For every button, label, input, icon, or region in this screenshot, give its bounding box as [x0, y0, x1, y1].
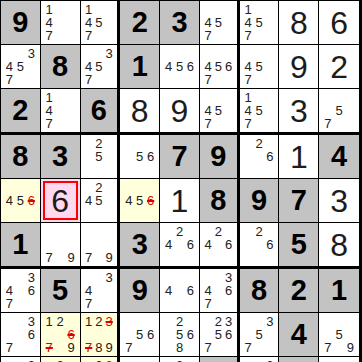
candidate-7: 7	[245, 73, 252, 86]
cell-r1c1[interactable]: 9	[1, 1, 41, 45]
solved-digit: 1	[171, 185, 189, 217]
candidate-6: 6	[28, 328, 35, 341]
candidate-1: 1	[85, 315, 92, 328]
candidate-6: 6	[28, 194, 35, 207]
candidate-1: 1	[46, 315, 53, 328]
cell-r9c2[interactable]: 2479	[41, 357, 81, 362]
candidate-6: 6	[147, 328, 154, 341]
candidate-6: 6	[225, 60, 232, 73]
candidate-2: 2	[255, 137, 262, 150]
candidate-6: 6	[225, 284, 232, 297]
cell-r2c7[interactable]: 457	[240, 45, 280, 89]
candidate-5: 5	[95, 194, 102, 207]
cell-r8c6[interactable]: 23567	[200, 313, 240, 357]
given-digit: 1	[12, 230, 28, 259]
solved-digit: 8	[131, 95, 149, 127]
cell-r2c4[interactable]: 1	[120, 45, 160, 89]
cell-r6c8[interactable]: 5	[279, 223, 319, 269]
cell-r7c2[interactable]: 5	[41, 269, 81, 313]
given-digit: 7	[171, 142, 187, 171]
candidate-7: 7	[245, 341, 252, 354]
cell-r8c2[interactable]: 12679	[41, 313, 81, 357]
candidate-7: 7	[85, 29, 92, 42]
cell-r7c3[interactable]: 347	[81, 269, 121, 313]
candidate-6: 6	[266, 150, 273, 163]
candidate-6: 6	[187, 238, 194, 251]
candidate-2: 2	[95, 315, 102, 328]
cell-r7c4[interactable]: 9	[120, 269, 160, 313]
cell-r2c6[interactable]: 4567	[200, 45, 240, 89]
solved-digit: 8	[330, 229, 348, 261]
given-digit: 6	[91, 96, 107, 125]
cell-r3c6[interactable]: 457	[200, 89, 240, 135]
given-digit: 4	[331, 142, 347, 171]
given-digit: 2	[291, 276, 307, 305]
solved-digit: 6	[330, 7, 348, 39]
candidate-5: 5	[335, 104, 342, 117]
given-digit: 1	[331, 276, 347, 305]
candidate-7: 7	[245, 29, 252, 42]
cell-r9c3[interactable]: 234789	[81, 357, 121, 362]
given-digit: 7	[291, 186, 307, 215]
candidate-3: 3	[266, 315, 273, 328]
given-digit: 9	[132, 276, 148, 305]
cell-r9c6[interactable]: 1	[200, 357, 240, 362]
candidate-6: 6	[266, 238, 273, 251]
candidate-4: 4	[165, 60, 172, 73]
cell-r5c7[interactable]: 9	[240, 179, 280, 223]
candidate-2: 2	[57, 315, 64, 328]
cell-r8c5[interactable]: 2568	[160, 313, 200, 357]
cell-r8c9[interactable]: 579	[319, 313, 359, 357]
cell-r6c9[interactable]: 8	[319, 223, 359, 269]
cell-r9c1[interactable]: 347	[1, 357, 41, 362]
candidate-4: 4	[6, 194, 13, 207]
cell-r6c5[interactable]: 246	[160, 223, 200, 269]
cell-r7c6[interactable]: 3467	[200, 269, 240, 313]
cell-r4c9[interactable]: 4	[319, 135, 359, 179]
cell-r4c4[interactable]: 56	[120, 135, 160, 179]
cell-r8c1[interactable]: 367	[1, 313, 41, 357]
cell-r4c8[interactable]: 1	[279, 135, 319, 179]
candidate-7: 7	[245, 117, 252, 130]
given-digit: 9	[251, 186, 267, 215]
solved-digit: 6	[51, 185, 69, 217]
candidate-9: 9	[67, 251, 74, 264]
given-digit: 2	[12, 96, 28, 125]
given-digit: 1	[132, 52, 148, 81]
candidate-4: 4	[165, 284, 172, 297]
cell-r1c2[interactable]: 147	[41, 1, 81, 45]
candidate-5: 5	[136, 328, 143, 341]
cell-r4c3[interactable]: 25	[81, 135, 121, 179]
candidate-5: 5	[255, 104, 262, 117]
candidate-5: 5	[255, 328, 262, 341]
cell-r5c4[interactable]: 456	[120, 179, 160, 223]
candidate-2: 2	[215, 225, 222, 238]
candidate-5: 5	[136, 150, 143, 163]
candidate-5: 5	[176, 60, 183, 73]
candidate-9: 9	[106, 341, 113, 354]
cell-r3c3[interactable]: 6	[81, 89, 121, 135]
cell-r9c7[interactable]: 357	[240, 357, 280, 362]
given-digit: 3	[132, 230, 148, 259]
candidate-9: 9	[67, 341, 74, 354]
candidate-7: 7	[204, 117, 211, 130]
cell-r8c4[interactable]: 567	[120, 313, 160, 357]
given-digit: 5	[291, 230, 307, 259]
cell-r2c5[interactable]: 456	[160, 45, 200, 89]
candidate-6: 6	[147, 150, 154, 163]
candidate-7: 7	[46, 117, 53, 130]
cell-r6c3[interactable]: 79	[81, 223, 121, 269]
cell-r5c2[interactable]: 6	[41, 179, 81, 223]
given-digit: 5	[52, 276, 68, 305]
candidate-5: 5	[95, 150, 102, 163]
candidate-5: 5	[255, 16, 262, 29]
cell-r4c6[interactable]: 9	[200, 135, 240, 179]
given-digit: 2	[132, 8, 148, 37]
cell-r5c5[interactable]: 1	[160, 179, 200, 223]
cell-r2c3[interactable]: 3457	[81, 45, 121, 89]
candidate-9: 9	[106, 251, 113, 264]
cell-r3c9[interactable]: 57	[319, 89, 359, 135]
candidate-6: 6	[187, 60, 194, 73]
candidate-7: 7	[46, 251, 53, 264]
candidate-7: 7	[204, 29, 211, 42]
candidate-7: 7	[6, 297, 13, 310]
candidate-3: 3	[106, 47, 113, 60]
cell-r7c1[interactable]: 3467	[1, 269, 41, 313]
given-digit: 8	[210, 186, 226, 215]
candidate-8: 8	[95, 341, 102, 354]
candidate-4: 4	[165, 238, 172, 251]
cell-r9c8[interactable]: 6	[279, 357, 319, 362]
solved-digit: 3	[330, 185, 348, 217]
cell-r1c3[interactable]: 1457	[81, 1, 121, 45]
cell-r7c5[interactable]: 46	[160, 269, 200, 313]
candidate-7: 7	[46, 29, 53, 42]
cell-r1c6[interactable]: 457	[200, 1, 240, 45]
candidate-6: 6	[147, 194, 154, 207]
cell-r9c4[interactable]: 457	[120, 357, 160, 362]
candidate-9: 9	[347, 341, 354, 354]
candidate-7: 7	[125, 341, 132, 354]
candidate-7: 7	[324, 341, 331, 354]
candidate-6: 6	[225, 328, 232, 341]
given-digit: 9	[12, 8, 28, 37]
given-digit: 4	[291, 320, 307, 349]
cell-r3c1[interactable]: 2	[1, 89, 41, 135]
candidate-6: 6	[187, 284, 194, 297]
candidate-5: 5	[215, 104, 222, 117]
cell-r4c7[interactable]: 26	[240, 135, 280, 179]
cell-r9c9[interactable]: 579	[319, 357, 359, 362]
cell-r5c9[interactable]: 3	[319, 179, 359, 223]
cell-r2c8[interactable]: 9	[279, 45, 319, 89]
candidate-5: 5	[95, 16, 102, 29]
cell-r7c7[interactable]: 8	[240, 269, 280, 313]
cell-r1c8[interactable]: 8	[279, 1, 319, 45]
candidate-7: 7	[85, 341, 92, 354]
cell-r3c5[interactable]: 9	[160, 89, 200, 135]
cell-r2c1[interactable]: 3457	[1, 45, 41, 89]
candidate-5: 5	[255, 60, 262, 73]
cell-r5c3[interactable]: 245	[81, 179, 121, 223]
candidate-5: 5	[136, 194, 143, 207]
given-digit: 8	[12, 142, 28, 171]
candidate-5: 5	[215, 60, 222, 73]
cell-r4c1[interactable]: 8	[1, 135, 41, 179]
cell-r3c4[interactable]: 8	[120, 89, 160, 135]
solved-digit: 2	[330, 51, 348, 83]
cell-r4c5[interactable]: 7	[160, 135, 200, 179]
candidate-7: 7	[204, 341, 211, 354]
candidate-3: 3	[106, 271, 113, 284]
candidate-6: 6	[225, 238, 232, 251]
candidate-4: 4	[125, 194, 132, 207]
solved-digit: 9	[290, 51, 308, 83]
cell-r3c7[interactable]: 1457	[240, 89, 280, 135]
given-digit: 3	[52, 142, 68, 171]
candidate-7: 7	[204, 73, 211, 86]
given-digit: 8	[52, 52, 68, 81]
candidate-2: 2	[255, 225, 262, 238]
cell-r2c2[interactable]: 8	[41, 45, 81, 89]
candidate-6: 6	[187, 328, 194, 341]
candidate-7: 7	[46, 341, 53, 354]
cell-r6c6[interactable]: 246	[200, 223, 240, 269]
candidate-5: 5	[17, 194, 24, 207]
cell-r7c9[interactable]: 1	[319, 269, 359, 313]
cell-r1c7[interactable]: 1457	[240, 1, 280, 45]
cell-r9c5[interactable]: 2458	[160, 357, 200, 362]
candidate-7: 7	[85, 73, 92, 86]
cell-r3c2[interactable]: 147	[41, 89, 81, 135]
candidate-5: 5	[95, 60, 102, 73]
candidate-7: 7	[6, 341, 13, 354]
candidate-4: 4	[85, 194, 92, 207]
cell-r6c2[interactable]: 79	[41, 223, 81, 269]
candidate-8: 8	[176, 341, 183, 354]
cell-r1c5[interactable]: 3	[160, 1, 200, 45]
cell-r8c8[interactable]: 4	[279, 313, 319, 357]
candidate-3: 3	[28, 47, 35, 60]
solved-digit: 3	[290, 95, 308, 127]
candidate-7: 7	[85, 251, 92, 264]
given-digit: 3	[171, 8, 187, 37]
cell-r6c4[interactable]: 3	[120, 223, 160, 269]
cell-r1c9[interactable]: 6	[319, 1, 359, 45]
cell-r6c1[interactable]: 1	[1, 223, 41, 269]
candidate-5: 5	[215, 16, 222, 29]
given-digit: 8	[251, 276, 267, 305]
cell-r3c8[interactable]: 3	[279, 89, 319, 135]
solved-digit: 9	[171, 95, 189, 127]
candidate-6: 6	[28, 284, 35, 297]
cell-r2c9[interactable]: 2	[319, 45, 359, 89]
cell-r7c8[interactable]: 2	[279, 269, 319, 313]
candidate-7: 7	[85, 297, 92, 310]
candidate-4: 4	[204, 238, 211, 251]
cell-r8c3[interactable]: 123789	[81, 313, 121, 357]
candidate-7: 7	[204, 297, 211, 310]
sudoku-board: 9147145723457145786345783457145645674579…	[0, 0, 362, 362]
candidate-5: 5	[335, 328, 342, 341]
candidate-3: 3	[106, 315, 113, 328]
candidate-5: 5	[215, 328, 222, 341]
cell-r5c1[interactable]: 456	[1, 179, 41, 223]
cell-r5c8[interactable]: 7	[279, 179, 319, 223]
cell-r6c7[interactable]: 26	[240, 223, 280, 269]
cell-r8c7[interactable]: 357	[240, 313, 280, 357]
candidate-7: 7	[324, 117, 331, 130]
solved-digit: 1	[290, 141, 308, 173]
solved-digit: 8	[290, 7, 308, 39]
cell-r4c2[interactable]: 3	[41, 135, 81, 179]
cell-r1c4[interactable]: 2	[120, 1, 160, 45]
candidate-5: 5	[17, 60, 24, 73]
given-digit: 9	[210, 142, 226, 171]
candidate-2: 2	[176, 225, 183, 238]
candidate-7: 7	[6, 73, 13, 86]
cell-r5c6[interactable]: 8	[200, 179, 240, 223]
